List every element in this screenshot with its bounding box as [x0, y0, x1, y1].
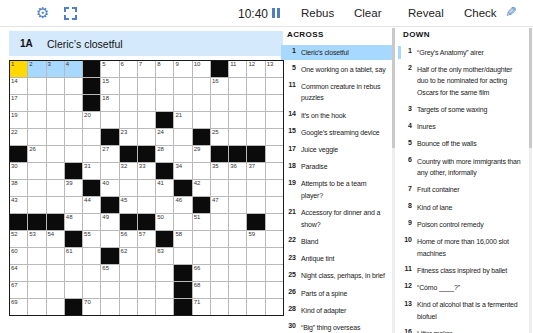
cell-r3c3[interactable] — [47, 95, 64, 111]
cell-r6c11[interactable]: 29 — [193, 146, 210, 162]
cell-r1c8[interactable]: 7 — [138, 61, 155, 77]
cell-r6c10[interactable] — [174, 146, 191, 162]
across-clue-17[interactable]: 17Juice veggie — [281, 143, 393, 158]
cell-r8c2[interactable] — [28, 180, 45, 196]
cell-r11c3[interactable]: 54 — [47, 231, 64, 247]
cell-number: 67 — [11, 282, 18, 289]
cell-r13c11[interactable]: 66 — [193, 265, 210, 281]
cell-number: 29 — [194, 146, 201, 153]
cell-r13c2[interactable] — [28, 265, 45, 281]
cell-r14c7[interactable] — [120, 282, 137, 298]
cell-r11c10[interactable]: 58 — [174, 231, 191, 247]
down-clue-7[interactable]: 7Fruit container — [397, 183, 527, 198]
across-clue-list: ACROSS 1Cleric’s closetful5One working o… — [281, 28, 393, 333]
cell-r5c4[interactable] — [65, 129, 82, 145]
cell-r13c3[interactable] — [47, 265, 64, 281]
cell-r7c5[interactable]: 31 — [83, 163, 100, 179]
cell-r12c1[interactable]: 60 — [10, 248, 27, 264]
cell-r2c9[interactable] — [156, 78, 173, 94]
cell-r13c1[interactable]: 64 — [10, 265, 27, 281]
cell-r14c11[interactable]: 68 — [193, 282, 210, 298]
cell-r12c13[interactable] — [229, 248, 246, 264]
across-clue-26[interactable]: 26Parts of a spine — [281, 286, 393, 301]
cell-r5c3[interactable] — [47, 129, 64, 145]
cell-r14c13[interactable] — [229, 282, 246, 298]
cell-r5c14[interactable] — [247, 129, 264, 145]
cell-r8c6[interactable]: 40 — [101, 180, 118, 196]
cell-r9c9[interactable] — [156, 197, 173, 213]
cell-r13c6[interactable]: 65 — [101, 265, 118, 281]
cell-number: 43 — [11, 197, 18, 204]
cell-r4c9 — [156, 112, 173, 128]
cell-r5c8[interactable] — [138, 129, 155, 145]
cell-r12c10[interactable] — [174, 248, 191, 264]
cell-r14c4[interactable] — [65, 282, 82, 298]
cell-number: 4 — [66, 61, 69, 68]
cell-r4c14[interactable] — [247, 112, 264, 128]
clue-number: 2 — [397, 64, 412, 99]
cell-r9c13[interactable] — [229, 197, 246, 213]
cell-r15c12[interactable] — [211, 299, 228, 315]
cell-r3c6[interactable]: 18 — [101, 95, 118, 111]
cell-r7c6[interactable] — [101, 163, 118, 179]
cell-r9c8[interactable] — [138, 197, 155, 213]
cell-r13c12[interactable] — [211, 265, 228, 281]
fullscreen-icon[interactable] — [64, 7, 77, 20]
cell-r3c5 — [83, 95, 100, 111]
cell-number: 53 — [29, 231, 36, 238]
clue-text: Targets of some waxing — [417, 104, 521, 116]
check-button[interactable]: Check — [464, 7, 497, 19]
cell-r9c11 — [193, 197, 210, 213]
cell-r13c13[interactable] — [229, 265, 246, 281]
cell-r3c7[interactable] — [120, 95, 137, 111]
cell-r13c10 — [174, 265, 191, 281]
clue-number: 21 — [281, 207, 296, 230]
cell-r6c9[interactable]: 28 — [156, 146, 173, 162]
cell-r15c11[interactable]: 71 — [193, 299, 210, 315]
cell-r11c5[interactable]: 55 — [83, 231, 100, 247]
cell-r5c5[interactable] — [83, 129, 100, 145]
cell-r9c14[interactable] — [247, 197, 264, 213]
cell-r11c1[interactable]: 52 — [10, 231, 27, 247]
settings-gear-icon[interactable]: ⚙ — [36, 5, 49, 21]
cell-r8c9[interactable]: 41 — [156, 180, 173, 196]
clue-text: Inures — [417, 121, 521, 133]
cell-r14c2[interactable] — [28, 282, 45, 298]
cell-r1c2[interactable]: 2 — [28, 61, 45, 77]
cell-number: 12 — [248, 61, 255, 68]
cell-number: 36 — [230, 163, 237, 170]
cell-r10c9[interactable]: 50 — [156, 214, 173, 230]
cell-r4c5[interactable]: 20 — [83, 112, 100, 128]
cell-r11c13[interactable] — [229, 231, 246, 247]
across-clue-25[interactable]: 25Night class, perhaps, in brief — [281, 269, 393, 284]
cell-r15c6[interactable] — [101, 299, 118, 315]
cell-r4c3[interactable] — [47, 112, 64, 128]
cell-r15c1[interactable]: 69 — [10, 299, 27, 315]
cell-r10c4[interactable]: 48 — [65, 214, 82, 230]
cell-r4c4[interactable] — [65, 112, 82, 128]
cell-r3c1[interactable]: 17 — [10, 95, 27, 111]
cell-number: 20 — [84, 112, 91, 119]
cell-number: 59 — [248, 231, 255, 238]
cell-r5c1[interactable]: 22 — [10, 129, 27, 145]
cell-r7c3[interactable] — [47, 163, 64, 179]
clue-number: 6 — [397, 156, 412, 179]
clue-text: Antique tint — [301, 253, 389, 265]
across-clue-22[interactable]: 22Bland — [281, 234, 393, 249]
cell-number: 11 — [230, 61, 236, 68]
cell-r11c8[interactable]: 57 — [138, 231, 155, 247]
cell-r8c14[interactable] — [247, 180, 264, 196]
cell-number: 52 — [11, 231, 18, 238]
cell-r2c13[interactable] — [229, 78, 246, 94]
clue-text: Common creature in rebus puzzles — [301, 81, 389, 104]
cell-r4c13[interactable] — [229, 112, 246, 128]
cell-r14c14[interactable] — [247, 282, 264, 298]
cell-r2c11[interactable] — [193, 78, 210, 94]
down-scrollbar[interactable] — [529, 28, 532, 333]
cell-r9c1[interactable]: 43 — [10, 197, 27, 213]
cell-r11c14[interactable]: 59 — [247, 231, 264, 247]
across-clue-14[interactable]: 14It’s on the hook — [281, 108, 393, 123]
cell-number: 18 — [102, 95, 109, 102]
cell-r2c14[interactable] — [247, 78, 264, 94]
cell-r6c5[interactable] — [83, 146, 100, 162]
cell-r6c6[interactable]: 27 — [101, 146, 118, 162]
cell-r2c4[interactable] — [65, 78, 82, 94]
cell-r3c14[interactable] — [247, 95, 264, 111]
cell-r9c7[interactable]: 45 — [120, 197, 137, 213]
down-clue-4[interactable]: 4Inures — [397, 120, 527, 135]
cell-r1c6[interactable]: 5 — [101, 61, 118, 77]
cell-number: 25 — [212, 129, 219, 136]
clue-number: 1 — [281, 47, 296, 59]
cell-r2c1[interactable]: 14 — [10, 78, 27, 94]
cell-r8c1[interactable]: 38 — [10, 180, 27, 196]
cell-r12c4[interactable]: 61 — [65, 248, 82, 264]
across-clue-18[interactable]: 18Paradise — [281, 160, 393, 175]
cell-r9c10[interactable]: 46 — [174, 197, 191, 213]
cell-number: 8 — [157, 61, 160, 68]
cell-number: 47 — [212, 197, 219, 204]
cell-r2c3[interactable] — [47, 78, 64, 94]
down-clue-6[interactable]: 6Country with more immigrants than any o… — [397, 154, 527, 180]
cell-r3c13[interactable] — [229, 95, 246, 111]
cell-r1c7[interactable]: 6 — [120, 61, 137, 77]
cell-r11c6[interactable] — [101, 231, 118, 247]
across-clue-23[interactable]: 23Antique tint — [281, 252, 393, 267]
cell-r13c5[interactable] — [83, 265, 100, 281]
cell-r15c9[interactable] — [156, 299, 173, 315]
cell-r15c4 — [65, 299, 82, 315]
cell-r9c2[interactable] — [28, 197, 45, 213]
cell-r3c9[interactable] — [156, 95, 173, 111]
cell-r5c7[interactable]: 23 — [120, 129, 137, 145]
cell-r14c5[interactable] — [83, 282, 100, 298]
cell-r4c2[interactable] — [28, 112, 45, 128]
cell-r15c8[interactable] — [138, 299, 155, 315]
cell-r15c7[interactable] — [120, 299, 137, 315]
cell-r14c1[interactable]: 67 — [10, 282, 27, 298]
cell-r7c13[interactable]: 36 — [229, 163, 246, 179]
cell-number: 37 — [248, 163, 255, 170]
cell-number: 31 — [84, 163, 91, 170]
cell-r6c12 — [211, 146, 228, 162]
cell-number: 60 — [11, 248, 18, 255]
cell-r5c2[interactable] — [28, 129, 45, 145]
cell-r12c7[interactable]: 62 — [120, 248, 137, 264]
cell-r12c14[interactable] — [247, 248, 264, 264]
cell-r10c8 — [138, 214, 155, 230]
cell-r1c11[interactable]: 10 — [193, 61, 210, 77]
cell-r8c4[interactable]: 39 — [65, 180, 82, 196]
across-clue-28[interactable]: 28Kind of adapter — [281, 303, 393, 318]
cell-r1c1[interactable]: 1 — [10, 61, 27, 77]
cell-r10c6[interactable]: 49 — [101, 214, 118, 230]
cell-r15c3[interactable] — [47, 299, 64, 315]
cell-r11c2[interactable]: 53 — [28, 231, 45, 247]
pause-icon[interactable] — [272, 8, 280, 18]
across-clue-21[interactable]: 21Accessory for dinner and a show? — [281, 206, 393, 232]
cell-number: 6 — [121, 61, 124, 68]
cell-r9c3[interactable] — [47, 197, 64, 213]
cell-number: 9 — [175, 61, 178, 68]
down-clue-2[interactable]: 2Half of the only mother/daughter duo to… — [397, 62, 527, 100]
cell-r10c12[interactable] — [211, 214, 228, 230]
clue-text: Kind of alcohol that is a fermented biof… — [417, 299, 521, 322]
cell-r3c8[interactable] — [138, 95, 155, 111]
cell-number: 70 — [84, 299, 91, 306]
cell-r10c2 — [28, 214, 45, 230]
cell-r7c9 — [156, 163, 173, 179]
cell-number: 57 — [139, 231, 146, 238]
across-clue-1[interactable]: 1Cleric’s closetful — [281, 45, 393, 60]
cell-r5c10[interactable] — [174, 129, 191, 145]
cell-r11c11[interactable] — [193, 231, 210, 247]
down-clue-13[interactable]: 13Kind of alcohol that is a fermented bi… — [397, 298, 527, 324]
cell-r4c1[interactable]: 19 — [10, 112, 27, 128]
cell-number: 3 — [48, 61, 51, 68]
clue-text: Juice veggie — [301, 144, 389, 156]
clue-number: 18 — [281, 161, 296, 173]
cell-r13c9[interactable] — [156, 265, 173, 281]
cell-r15c2[interactable] — [28, 299, 45, 315]
clear-button[interactable]: Clear — [354, 7, 381, 19]
cell-r12c11[interactable] — [193, 248, 210, 264]
cell-r13c4[interactable] — [65, 265, 82, 281]
cell-number: 38 — [11, 180, 18, 187]
across-clue-11[interactable]: 11Common creature in rebus puzzles — [281, 79, 393, 105]
cell-r6c3[interactable] — [47, 146, 64, 162]
cell-r7c1[interactable]: 30 — [10, 163, 27, 179]
cell-r1c3[interactable]: 3 — [47, 61, 64, 77]
cell-r8c13[interactable] — [229, 180, 246, 196]
cell-r1c4[interactable]: 4 — [65, 61, 82, 77]
cell-r3c2[interactable] — [28, 95, 45, 111]
cell-r3c4[interactable] — [65, 95, 82, 111]
rebus-button[interactable]: Rebus — [301, 7, 334, 19]
cell-r2c8[interactable] — [138, 78, 155, 94]
down-clue-1[interactable]: 1“Grey’s Anatomy” airer — [397, 45, 527, 60]
cell-r4c10[interactable]: 21 — [174, 112, 191, 128]
cell-number: 26 — [29, 146, 36, 153]
cell-r9c6 — [101, 197, 118, 213]
cell-r10c11[interactable]: 51 — [193, 214, 210, 230]
cell-r12c8[interactable] — [138, 248, 155, 264]
cell-r11c12[interactable] — [211, 231, 228, 247]
cell-r10c3 — [47, 214, 64, 230]
cell-r15c5[interactable]: 70 — [83, 299, 100, 315]
cell-r8c10 — [174, 180, 191, 196]
clue-text: Bounce off the walls — [417, 138, 521, 150]
down-clue-3[interactable]: 3Targets of some waxing — [397, 103, 527, 118]
cell-r2c7[interactable] — [120, 78, 137, 94]
cell-r13c8[interactable] — [138, 265, 155, 281]
cell-r12c12[interactable] — [211, 248, 228, 264]
cell-number: 62 — [121, 248, 128, 255]
cell-r6c8 — [138, 146, 155, 162]
cell-r7c10[interactable]: 34 — [174, 163, 191, 179]
cell-number: 63 — [157, 248, 164, 255]
toolbar: ⚙ 10:40 Rebus Clear Reveal Check ✎ — [0, 0, 533, 27]
cell-r1c9[interactable]: 8 — [156, 61, 173, 77]
cell-r12c9[interactable]: 63 — [156, 248, 173, 264]
cell-number: 44 — [84, 197, 91, 204]
cell-r3c11[interactable] — [193, 95, 210, 111]
cell-r3c10[interactable] — [174, 95, 191, 111]
cell-number: 17 — [11, 95, 18, 102]
cell-r9c5[interactable]: 44 — [83, 197, 100, 213]
cell-r7c11[interactable] — [193, 163, 210, 179]
cell-r5c12[interactable]: 25 — [211, 129, 228, 145]
cell-r14c12[interactable] — [211, 282, 228, 298]
cell-r8c11[interactable]: 42 — [193, 180, 210, 196]
cell-r2c2[interactable] — [28, 78, 45, 94]
pencil-icon[interactable]: ✎ — [505, 4, 517, 20]
cell-r12c2[interactable] — [28, 248, 45, 264]
cell-r7c8[interactable]: 33 — [138, 163, 155, 179]
cell-number: 10 — [194, 61, 201, 68]
clue-number: 5 — [397, 138, 412, 150]
across-clue-5[interactable]: 5One working on a tablet, say — [281, 62, 393, 77]
cell-r6c2[interactable]: 26 — [28, 146, 45, 162]
cell-r4c6[interactable] — [101, 112, 118, 128]
clue-number: 15 — [281, 127, 296, 139]
cell-r1c12 — [211, 61, 228, 77]
cell-r3c12[interactable] — [211, 95, 228, 111]
cell-r7c7[interactable]: 32 — [120, 163, 137, 179]
cell-r14c8[interactable] — [138, 282, 155, 298]
across-scrollbar[interactable] — [392, 28, 395, 333]
cell-r14c10 — [174, 282, 191, 298]
clue-text: Parts of a spine — [301, 288, 389, 300]
down-clue-5[interactable]: 5Bounce off the walls — [397, 137, 527, 152]
cell-r8c8[interactable] — [138, 180, 155, 196]
cell-r7c2[interactable] — [28, 163, 45, 179]
down-clue-8[interactable]: 8Kind of lane — [397, 200, 527, 215]
cell-number: 21 — [175, 112, 182, 119]
cell-r4c8[interactable] — [138, 112, 155, 128]
cell-r1c10[interactable]: 9 — [174, 61, 191, 77]
cell-r5c13[interactable] — [229, 129, 246, 145]
cell-r8c3[interactable] — [47, 180, 64, 196]
cell-r15c13[interactable] — [229, 299, 246, 315]
cell-r14c3[interactable] — [47, 282, 64, 298]
cell-r9c12[interactable]: 47 — [211, 197, 228, 213]
cell-r1c13[interactable]: 11 — [229, 61, 246, 77]
crossword-grid[interactable]: 1234567891011121314151617181920212223242… — [9, 60, 284, 316]
cell-number: 65 — [102, 265, 109, 272]
cell-r8c7[interactable] — [120, 180, 137, 196]
clue-text: It’s on the hook — [301, 110, 389, 122]
cell-number: 19 — [11, 112, 18, 119]
clue-number: 17 — [281, 144, 296, 156]
cell-r4c7[interactable] — [120, 112, 137, 128]
cell-r2c10[interactable] — [174, 78, 191, 94]
cell-r10c10[interactable] — [174, 214, 191, 230]
clue-text: Home of more than 16,000 slot machines — [417, 236, 521, 259]
cell-r13c14[interactable] — [247, 265, 264, 281]
cell-r4c11[interactable] — [193, 112, 210, 128]
cell-number: 14 — [11, 78, 18, 85]
down-clue-11[interactable]: 11Fitness class inspired by ballet — [397, 263, 527, 278]
cell-number: 61 — [66, 248, 73, 255]
cell-r15c14[interactable] — [247, 299, 264, 315]
cell-r7c14[interactable]: 37 — [247, 163, 264, 179]
down-clue-12[interactable]: 12“Cómo ____?” — [397, 280, 527, 295]
current-clue-number: 1A — [20, 38, 40, 49]
cell-r12c3[interactable] — [47, 248, 64, 264]
clue-number: 28 — [281, 305, 296, 317]
cell-r4c12[interactable] — [211, 112, 228, 128]
cell-r6c4[interactable] — [65, 146, 82, 162]
cell-r7c12[interactable]: 35 — [211, 163, 228, 179]
cell-r9c4[interactable] — [65, 197, 82, 213]
cell-r10c13[interactable] — [229, 214, 246, 230]
cell-r7c4 — [65, 163, 82, 179]
reveal-button[interactable]: Reveal — [408, 7, 444, 19]
down-clue-16[interactable]: 16Litter maker — [397, 326, 527, 333]
cell-r14c9[interactable] — [156, 282, 173, 298]
current-clue-bar[interactable]: 1A Cleric’s closetful — [9, 31, 283, 56]
across-clue-19[interactable]: 19Attempts to be a team player? — [281, 177, 393, 203]
cell-r13c7[interactable] — [120, 265, 137, 281]
clue-text: Fruit container — [417, 184, 521, 196]
cell-r11c4 — [65, 231, 82, 247]
clue-number: 10 — [397, 236, 412, 259]
cell-r6c7 — [120, 146, 137, 162]
cell-r14c6[interactable] — [101, 282, 118, 298]
cell-r8c12[interactable] — [211, 180, 228, 196]
cell-r11c7[interactable]: 56 — [120, 231, 137, 247]
down-clue-9[interactable]: 9Poison control remedy — [397, 217, 527, 232]
clue-number: 23 — [281, 253, 296, 265]
cell-r6c14 — [247, 146, 264, 162]
across-clue-15[interactable]: 15Google’s streaming device — [281, 125, 393, 140]
across-clue-30[interactable]: 30“Big” thing overseas — [281, 320, 393, 333]
clue-text: Google’s streaming device — [301, 127, 389, 139]
clue-number: 11 — [397, 265, 412, 277]
cell-r5c9[interactable]: 24 — [156, 129, 173, 145]
cell-r1c14[interactable]: 12 — [247, 61, 264, 77]
cell-r12c5[interactable] — [83, 248, 100, 264]
cell-r2c12[interactable]: 16 — [211, 78, 228, 94]
cell-r10c5[interactable] — [83, 214, 100, 230]
down-clue-10[interactable]: 10Home of more than 16,000 slot machines — [397, 234, 527, 260]
cell-r2c6[interactable]: 15 — [101, 78, 118, 94]
